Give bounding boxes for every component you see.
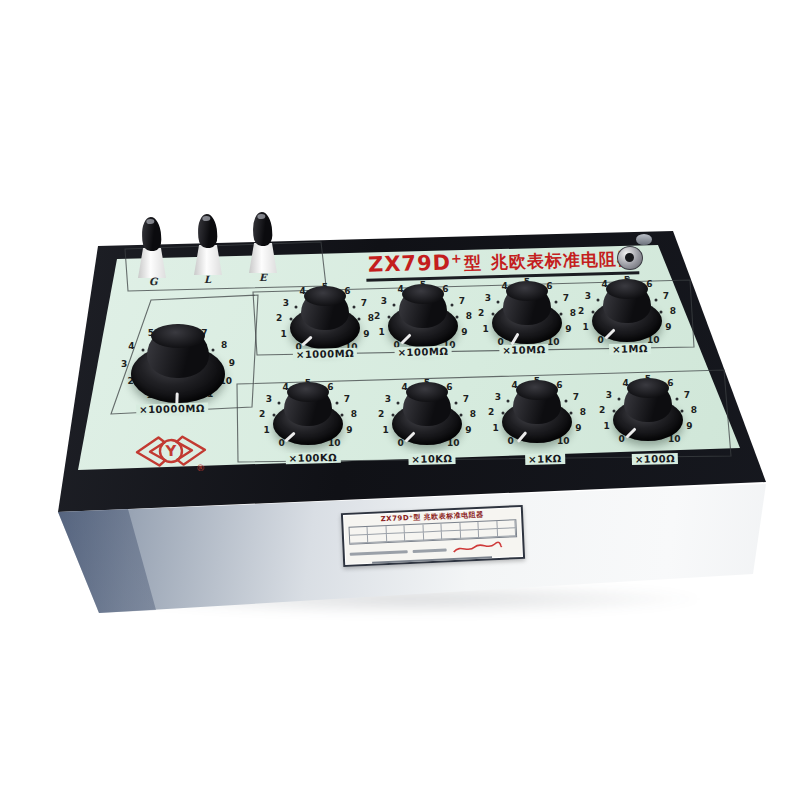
knob-tick xyxy=(554,301,557,304)
knob-tick xyxy=(454,402,457,405)
knob-scale-number: 1 xyxy=(281,329,287,339)
knob-scale-number: 7 xyxy=(684,390,690,400)
knob-scale-number: 7 xyxy=(344,394,350,404)
knob-crown-top xyxy=(151,324,205,348)
knob-scale-number: 8 xyxy=(221,340,227,350)
knob-tick xyxy=(455,315,458,318)
knob-scale-number: 1 xyxy=(264,425,270,435)
knob-tick xyxy=(393,304,396,307)
knob-scale-number: 9 xyxy=(575,423,581,433)
knob-scale-number: 2 xyxy=(478,308,484,318)
knob-scale-number: 9 xyxy=(461,327,467,337)
knob-tick xyxy=(597,299,600,302)
logo-registered-mark: ® xyxy=(196,463,205,473)
knob-tick xyxy=(564,400,567,403)
knob-scale-number: 1 xyxy=(379,327,385,337)
knob-scale-number: 8 xyxy=(580,407,586,417)
knob-label-x10M: ×10MΩ xyxy=(499,344,549,356)
knob-scale-number: 8 xyxy=(466,311,472,321)
post-cap xyxy=(252,212,273,247)
model-plus: + xyxy=(451,251,462,266)
knob-scale-number: 2 xyxy=(276,313,282,323)
knob-scale-number: 7 xyxy=(459,296,465,306)
knob-label-x100K: ×100KΩ xyxy=(286,452,341,464)
nameplate: ZX79D⁺型 兆欧表标准电阻器 xyxy=(341,505,525,567)
knob-scale-number: 3 xyxy=(283,298,289,308)
knob-crown-top xyxy=(516,380,558,400)
knob-label-x100: ×100Ω xyxy=(632,453,679,465)
knob-scale-number: 2 xyxy=(378,409,384,419)
knob-crown-top xyxy=(627,378,669,398)
knob-tick xyxy=(141,349,144,352)
knob-scale-number: 2 xyxy=(374,311,380,321)
knob-scale-number: 3 xyxy=(385,394,391,404)
knob-label-x1000M: ×1000MΩ xyxy=(293,348,357,361)
knob-crown-top xyxy=(287,382,329,402)
knob-tick xyxy=(450,304,453,307)
panel xyxy=(0,0,800,800)
knob-tick xyxy=(397,402,400,405)
knob-tick xyxy=(618,398,621,401)
knob-tick xyxy=(335,402,338,405)
knob-crown-top xyxy=(406,382,448,402)
knob-tick xyxy=(295,306,298,309)
knob-scale-number: 4 xyxy=(128,341,134,351)
knob-tick xyxy=(340,413,343,416)
photo-canvas: ZX79D+型兆欧表标准电阻器 G L E Y ® 0123 xyxy=(0,0,800,800)
knob-label-x10K: ×10KΩ xyxy=(408,453,455,465)
knob-scale-number: 8 xyxy=(670,306,676,316)
knob-scale-number: 1 xyxy=(493,423,499,433)
knob-tick xyxy=(459,413,462,416)
knob-crown-top xyxy=(402,284,444,304)
knob-crown-top xyxy=(506,281,548,301)
knob-tick xyxy=(357,317,360,320)
knob-crown-top xyxy=(606,279,648,299)
knob-scale-number: 2 xyxy=(578,306,584,316)
knob-tick xyxy=(569,411,572,414)
knob-scale-number: 7 xyxy=(463,394,469,404)
knob-scale-number: 7 xyxy=(663,291,669,301)
post-cap xyxy=(141,217,162,252)
brand-logo: Y ® xyxy=(133,427,213,478)
knob-scale-number: 3 xyxy=(606,390,612,400)
knob-scale-number: 9 xyxy=(686,421,692,431)
knob-tick xyxy=(278,402,281,405)
ground-terminal[interactable] xyxy=(617,246,643,270)
post-cap xyxy=(197,214,218,249)
knob-scale-number: 9 xyxy=(465,425,471,435)
knob-tick xyxy=(654,299,657,302)
knob-label-x1M: ×1MΩ xyxy=(609,343,651,355)
terminal-label-g: G xyxy=(149,276,158,287)
knob-crown-top xyxy=(304,286,346,306)
knob-scale-number: 8 xyxy=(570,308,576,318)
knob-scale-number: 1 xyxy=(604,421,610,431)
knob-scale-number: 3 xyxy=(121,359,127,369)
knob-label-x10000M: ×10000MΩ xyxy=(136,403,208,416)
knob-scale-number: 2 xyxy=(259,409,265,419)
knob-scale-number: 7 xyxy=(361,298,367,308)
knob-scale-number: 3 xyxy=(485,293,491,303)
knob-scale-number: 1 xyxy=(483,324,489,334)
knob-scale-number: 3 xyxy=(266,394,272,404)
knob-tick xyxy=(212,349,215,352)
knob-scale-number: 1 xyxy=(383,425,389,435)
terminal-label-e: E xyxy=(259,272,267,283)
knob-scale-number: 3 xyxy=(381,296,387,306)
knob-scale-number: 1 xyxy=(583,322,589,332)
terminal-label-l: L xyxy=(204,274,211,285)
knob-scale-number: 8 xyxy=(351,409,357,419)
ground-terminal-edge xyxy=(636,234,652,245)
knob-tick xyxy=(659,310,662,313)
knob-tick xyxy=(497,301,500,304)
knob-scale-number: 9 xyxy=(665,322,671,332)
model-suffix: 型 xyxy=(464,253,483,273)
knob-scale-number: 9 xyxy=(565,324,571,334)
knob-scale-number: 2 xyxy=(488,407,494,417)
knob-scale-number: 9 xyxy=(363,329,369,339)
knob-tick xyxy=(680,409,683,412)
knob-scale-number: 3 xyxy=(585,291,591,301)
red-stamp xyxy=(451,541,503,555)
knob-scale-number: 2 xyxy=(599,405,605,415)
knob-scale-number: 7 xyxy=(573,392,579,402)
model-number: ZX79D xyxy=(368,250,452,276)
knob-scale-number: 8 xyxy=(470,409,476,419)
knob-tick xyxy=(507,400,510,403)
knob-tick xyxy=(559,312,562,315)
device-name: 兆欧表标准电阻器 xyxy=(491,248,636,272)
knob-scale-number: 9 xyxy=(346,425,352,435)
knob-label-x1K: ×1KΩ xyxy=(525,453,565,465)
knob-scale-number: 7 xyxy=(563,293,569,303)
knob-scale-number: 9 xyxy=(229,358,235,368)
knob-label-x100M: ×100MΩ xyxy=(395,346,452,358)
knob-tick xyxy=(675,398,678,401)
knob-scale-number: 3 xyxy=(495,392,501,402)
knob-scale-number: 8 xyxy=(691,405,697,415)
logo-letter: Y xyxy=(164,442,178,460)
knob-tick xyxy=(352,306,355,309)
